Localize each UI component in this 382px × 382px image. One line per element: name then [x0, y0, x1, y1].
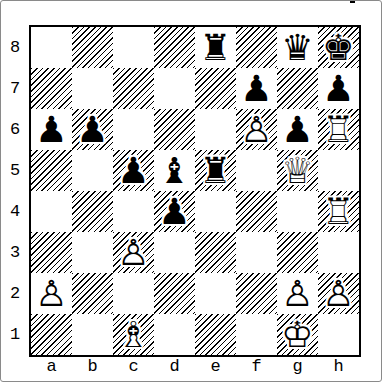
square-c6[interactable]	[113, 109, 154, 150]
white-rook-icon: ♖	[318, 109, 359, 150]
white-pawn-icon: ♙	[236, 109, 277, 150]
black-bishop-icon: ♝	[154, 150, 195, 191]
square-a5[interactable]	[31, 150, 72, 191]
square-d3[interactable]	[154, 232, 195, 273]
square-g8[interactable]: ♛	[277, 27, 318, 68]
square-b6[interactable]: ♟	[72, 109, 113, 150]
square-g6[interactable]: ♟	[277, 109, 318, 150]
square-h5[interactable]	[318, 150, 359, 191]
white-rook-fill: ♜	[318, 191, 359, 232]
white-pawn-fill: ♟	[31, 273, 72, 314]
square-g2[interactable]: ♟♙	[277, 273, 318, 314]
rank-label-8: 8	[7, 27, 23, 68]
square-f5[interactable]	[236, 150, 277, 191]
black-rook-icon: ♜	[195, 27, 236, 68]
piece-black-bishop: ♝	[154, 150, 195, 191]
square-b7[interactable]	[72, 68, 113, 109]
square-c1[interactable]: ♝♗	[113, 314, 154, 355]
file-label-h: h	[318, 357, 359, 377]
white-king-icon: ♔	[277, 314, 318, 355]
black-pawn-icon: ♟	[318, 68, 359, 109]
white-rook-icon: ♖	[318, 191, 359, 232]
piece-white-queen: ♛♕	[277, 150, 318, 191]
black-pawn-icon: ♟	[154, 191, 195, 232]
square-a7[interactable]	[31, 68, 72, 109]
square-d4[interactable]: ♟	[154, 191, 195, 232]
square-e1[interactable]	[195, 314, 236, 355]
piece-black-pawn: ♟	[113, 150, 154, 191]
rank-label-2: 2	[7, 273, 23, 314]
square-h1[interactable]	[318, 314, 359, 355]
square-a4[interactable]	[31, 191, 72, 232]
white-pawn-fill: ♟	[236, 109, 277, 150]
black-king-icon: ♚	[318, 27, 359, 68]
square-b3[interactable]	[72, 232, 113, 273]
square-c2[interactable]	[113, 273, 154, 314]
square-f7[interactable]: ♟	[236, 68, 277, 109]
square-h6[interactable]: ♜♖	[318, 109, 359, 150]
black-pawn-icon: ♟	[72, 109, 113, 150]
rank-label-5: 5	[7, 150, 23, 191]
square-a6[interactable]: ♟	[31, 109, 72, 150]
rank-label-7: 7	[7, 68, 23, 109]
black-queen-icon: ♛	[277, 27, 318, 68]
square-e7[interactable]	[195, 68, 236, 109]
piece-black-pawn: ♟	[277, 109, 318, 150]
white-queen-fill: ♛	[277, 150, 318, 191]
file-label-e: e	[195, 357, 236, 377]
white-king-fill: ♚	[277, 314, 318, 355]
square-h7[interactable]: ♟	[318, 68, 359, 109]
square-d8[interactable]	[154, 27, 195, 68]
white-rook-fill: ♜	[318, 109, 359, 150]
square-h2[interactable]: ♟♙	[318, 273, 359, 314]
white-pawn-fill: ♟	[277, 273, 318, 314]
square-c3[interactable]: ♟♙	[113, 232, 154, 273]
square-g7[interactable]	[277, 68, 318, 109]
square-g4[interactable]	[277, 191, 318, 232]
piece-black-king: ♚	[318, 27, 359, 68]
square-h8[interactable]: ♚	[318, 27, 359, 68]
square-d7[interactable]	[154, 68, 195, 109]
square-f6[interactable]: ♟♙	[236, 109, 277, 150]
piece-white-rook: ♜♖	[318, 109, 359, 150]
file-label-f: f	[236, 357, 277, 377]
file-label-b: b	[72, 357, 113, 377]
piece-black-pawn: ♟	[236, 68, 277, 109]
square-b1[interactable]	[72, 314, 113, 355]
square-c5[interactable]: ♟	[113, 150, 154, 191]
black-pawn-icon: ♟	[236, 68, 277, 109]
black-pawn-icon: ♟	[113, 150, 154, 191]
piece-black-queen: ♛	[277, 27, 318, 68]
black-rook-icon: ♜	[195, 150, 236, 191]
piece-white-pawn: ♟♙	[113, 232, 154, 273]
square-b5[interactable]	[72, 150, 113, 191]
square-a2[interactable]: ♟♙	[31, 273, 72, 314]
square-e4[interactable]	[195, 191, 236, 232]
piece-black-pawn: ♟	[72, 109, 113, 150]
square-b4[interactable]	[72, 191, 113, 232]
square-a1[interactable]	[31, 314, 72, 355]
rank-label-3: 3	[7, 232, 23, 273]
file-labels: abcdefgh	[31, 357, 359, 377]
piece-black-rook: ♜	[195, 27, 236, 68]
rank-labels: 87654321	[7, 27, 23, 355]
square-f4[interactable]	[236, 191, 277, 232]
screen-artifact-tick	[350, 1, 355, 3]
square-d5[interactable]: ♝	[154, 150, 195, 191]
black-pawn-icon: ♟	[31, 109, 72, 150]
piece-black-rook: ♜	[195, 150, 236, 191]
piece-white-pawn: ♟♙	[277, 273, 318, 314]
square-f1[interactable]	[236, 314, 277, 355]
white-pawn-fill: ♟	[318, 273, 359, 314]
white-queen-icon: ♕	[277, 150, 318, 191]
white-pawn-icon: ♙	[113, 232, 154, 273]
piece-white-pawn: ♟♙	[318, 273, 359, 314]
piece-black-pawn: ♟	[318, 68, 359, 109]
board: ♜♛♚♟♟♟♟♟♙♟♜♖♟♝♜♛♕♟♜♖♟♙♟♙♟♙♟♙♝♗♚♔	[29, 25, 361, 357]
white-pawn-icon: ♙	[318, 273, 359, 314]
chess-diagram: 87654321 ♜♛♚♟♟♟♟♟♙♟♜♖♟♝♜♛♕♟♜♖♟♙♟♙♟♙♟♙♝♗♚…	[0, 0, 382, 382]
piece-white-pawn: ♟♙	[31, 273, 72, 314]
square-c7[interactable]	[113, 68, 154, 109]
white-pawn-icon: ♙	[277, 273, 318, 314]
square-e3[interactable]	[195, 232, 236, 273]
square-a3[interactable]	[31, 232, 72, 273]
square-d1[interactable]	[154, 314, 195, 355]
square-g1[interactable]: ♚♔	[277, 314, 318, 355]
rank-label-6: 6	[7, 109, 23, 150]
piece-white-king: ♚♔	[277, 314, 318, 355]
square-g3[interactable]	[277, 232, 318, 273]
white-bishop-fill: ♝	[113, 314, 154, 355]
square-d6[interactable]	[154, 109, 195, 150]
square-b2[interactable]	[72, 273, 113, 314]
rank-label-1: 1	[7, 314, 23, 355]
white-bishop-icon: ♗	[113, 314, 154, 355]
rank-label-4: 4	[7, 191, 23, 232]
piece-white-pawn: ♟♙	[236, 109, 277, 150]
square-e8[interactable]: ♜	[195, 27, 236, 68]
piece-white-rook: ♜♖	[318, 191, 359, 232]
file-label-c: c	[113, 357, 154, 377]
piece-white-bishop: ♝♗	[113, 314, 154, 355]
white-pawn-icon: ♙	[31, 273, 72, 314]
square-g5[interactable]: ♛♕	[277, 150, 318, 191]
square-d2[interactable]	[154, 273, 195, 314]
square-f2[interactable]	[236, 273, 277, 314]
black-pawn-icon: ♟	[277, 109, 318, 150]
square-f3[interactable]	[236, 232, 277, 273]
square-e5[interactable]: ♜	[195, 150, 236, 191]
square-h3[interactable]	[318, 232, 359, 273]
square-e2[interactable]	[195, 273, 236, 314]
square-a8[interactable]	[31, 27, 72, 68]
file-label-a: a	[31, 357, 72, 377]
file-label-d: d	[154, 357, 195, 377]
square-h4[interactable]: ♜♖	[318, 191, 359, 232]
square-c8[interactable]	[113, 27, 154, 68]
piece-black-pawn: ♟	[154, 191, 195, 232]
square-f8[interactable]	[236, 27, 277, 68]
file-label-g: g	[277, 357, 318, 377]
square-e6[interactable]	[195, 109, 236, 150]
white-pawn-fill: ♟	[113, 232, 154, 273]
square-c4[interactable]	[113, 191, 154, 232]
square-b8[interactable]	[72, 27, 113, 68]
piece-black-pawn: ♟	[31, 109, 72, 150]
